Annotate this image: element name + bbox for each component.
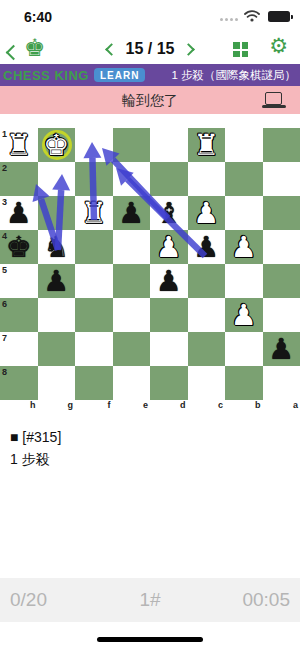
square-c5[interactable]: [188, 264, 226, 298]
square-g7[interactable]: [38, 332, 76, 366]
home-indicator[interactable]: [97, 637, 203, 642]
piece-black-bishop-d3[interactable]: ♝: [150, 196, 188, 230]
piece-white-pawn-b6[interactable]: ♟: [225, 298, 263, 332]
square-e7[interactable]: [113, 332, 151, 366]
puzzle-pager: 15 / 15: [0, 40, 300, 58]
square-g8[interactable]: [38, 366, 76, 400]
turn-text: 輪到您了: [0, 92, 300, 110]
piece-white-pawn-d4[interactable]: ♟: [150, 230, 188, 264]
learn-badge: LEARN: [94, 68, 145, 82]
square-d6[interactable]: [150, 298, 188, 332]
piece-white-rook-c1[interactable]: ♜: [188, 128, 226, 162]
square-d7[interactable]: [150, 332, 188, 366]
chess-board[interactable]: 12345678♜♚♜♟♜♟♝♟♚♞♟♟♟♟♟♟♟: [0, 128, 300, 400]
square-b5[interactable]: [225, 264, 263, 298]
square-e6[interactable]: [113, 298, 151, 332]
square-a2[interactable]: [263, 162, 301, 196]
status-time: 6:40: [24, 9, 52, 25]
file-label-f: f: [75, 400, 113, 414]
rank-label-7: 7: [2, 333, 7, 343]
puzzle-caption: ■ [#315] 1 步殺: [10, 426, 61, 470]
file-label-b: b: [225, 400, 263, 414]
wifi-icon: [244, 10, 260, 22]
piece-black-pawn-a7[interactable]: ♟: [263, 332, 301, 366]
battery-icon: [268, 11, 290, 22]
square-e1[interactable]: [113, 128, 151, 162]
square-f6[interactable]: [75, 298, 113, 332]
app-banner: CHESS KING LEARN 1 步殺（國際象棋謎局）: [0, 64, 300, 86]
cellular-signal-icon: [220, 18, 238, 21]
bottom-status-bar: 0/20 1# 00:05: [0, 578, 300, 622]
square-a3[interactable]: [263, 196, 301, 230]
puzzle-type: 1 步殺: [10, 448, 61, 470]
timer-label: 00:05: [242, 589, 290, 611]
square-d8[interactable]: [150, 366, 188, 400]
file-label-g: g: [38, 400, 76, 414]
piece-black-pawn-g5[interactable]: ♟: [38, 264, 76, 298]
puzzle-grid-button[interactable]: [233, 42, 248, 57]
square-g6[interactable]: [38, 298, 76, 332]
turn-bar: 輪到您了: [0, 86, 300, 114]
square-e2[interactable]: [113, 162, 151, 196]
square-f2[interactable]: [75, 162, 113, 196]
piece-black-knight-g4[interactable]: ♞: [38, 230, 76, 264]
rank-label-8: 8: [2, 367, 7, 377]
square-a4[interactable]: [263, 230, 301, 264]
square-h6[interactable]: 6: [0, 298, 38, 332]
square-f7[interactable]: [75, 332, 113, 366]
square-c2[interactable]: [188, 162, 226, 196]
square-b3[interactable]: [225, 196, 263, 230]
square-d2[interactable]: [150, 162, 188, 196]
file-label-c: c: [188, 400, 226, 414]
square-a1[interactable]: [263, 128, 301, 162]
file-label-e: e: [113, 400, 151, 414]
square-a8[interactable]: [263, 366, 301, 400]
square-c8[interactable]: [188, 366, 226, 400]
status-bar: 6:40: [0, 0, 300, 36]
rank-label-5: 5: [2, 265, 7, 275]
settings-gear-icon[interactable]: ⚙: [269, 34, 288, 58]
piece-black-pawn-d5[interactable]: ♟: [150, 264, 188, 298]
square-h8[interactable]: 8: [0, 366, 38, 400]
square-h5[interactable]: 5: [0, 264, 38, 298]
square-a6[interactable]: [263, 298, 301, 332]
square-b8[interactable]: [225, 366, 263, 400]
piece-black-pawn-c4[interactable]: ♟: [188, 230, 226, 264]
file-label-a: a: [263, 400, 301, 414]
computer-analysis-icon[interactable]: [262, 92, 286, 109]
square-b1[interactable]: [225, 128, 263, 162]
square-b2[interactable]: [225, 162, 263, 196]
file-label-h: h: [0, 400, 38, 414]
pager-label: 15 / 15: [126, 40, 175, 57]
square-h7[interactable]: 7: [0, 332, 38, 366]
rank-label-2: 2: [2, 163, 7, 173]
piece-black-pawn-e3[interactable]: ♟: [113, 196, 151, 230]
rank-label-6: 6: [2, 299, 7, 309]
brand-label: CHESS KING: [3, 68, 89, 83]
square-c7[interactable]: [188, 332, 226, 366]
square-f4[interactable]: [75, 230, 113, 264]
piece-white-pawn-c3[interactable]: ♟: [188, 196, 226, 230]
square-a5[interactable]: [263, 264, 301, 298]
piece-white-rook-h1[interactable]: ♜: [0, 128, 38, 162]
piece-white-rook-f3[interactable]: ♜: [75, 196, 113, 230]
square-f1[interactable]: [75, 128, 113, 162]
square-g3[interactable]: [38, 196, 76, 230]
square-f5[interactable]: [75, 264, 113, 298]
prev-puzzle-button[interactable]: [105, 43, 118, 56]
square-h2[interactable]: 2: [0, 162, 38, 196]
piece-white-pawn-b4[interactable]: ♟: [225, 230, 263, 264]
piece-black-pawn-h3[interactable]: ♟: [0, 196, 38, 230]
next-puzzle-button[interactable]: [183, 43, 196, 56]
square-g2[interactable]: [38, 162, 76, 196]
square-d1[interactable]: [150, 128, 188, 162]
course-title: 1 步殺（國際象棋謎局）: [171, 68, 296, 83]
nav-bar: ♚ 15 / 15 ⚙: [0, 36, 300, 64]
square-e4[interactable]: [113, 230, 151, 264]
square-c6[interactable]: [188, 298, 226, 332]
square-e8[interactable]: [113, 366, 151, 400]
puzzle-id: ■ [#315]: [10, 426, 61, 448]
square-f8[interactable]: [75, 366, 113, 400]
square-b7[interactable]: [225, 332, 263, 366]
file-labels: hgfedcba: [0, 400, 300, 414]
file-label-d: d: [150, 400, 188, 414]
piece-black-king-h4[interactable]: ♚: [0, 230, 38, 264]
piece-white-king-g1[interactable]: ♚: [38, 128, 76, 162]
square-e5[interactable]: [113, 264, 151, 298]
